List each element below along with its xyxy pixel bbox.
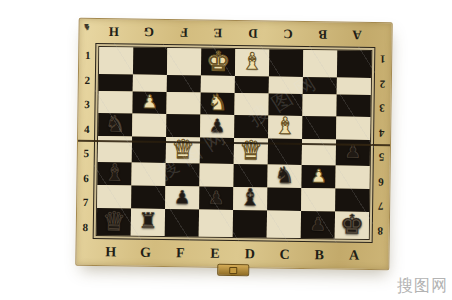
square-a1[interactable] <box>337 50 371 77</box>
square-g8[interactable]: ♜ <box>131 209 165 236</box>
file-label-top-D: D <box>235 22 270 45</box>
square-e3[interactable]: ♞ <box>200 93 234 115</box>
piece-black-king[interactable]: ♚ <box>340 210 365 237</box>
piece-white-queen[interactable]: ♛ <box>171 136 195 162</box>
square-d7[interactable]: ♝ <box>233 187 267 210</box>
piece-black-bishop[interactable]: ♝ <box>240 186 261 209</box>
square-b7[interactable] <box>301 188 335 211</box>
file-label-top-C: C <box>270 22 305 45</box>
piece-black-bishop[interactable]: ♝ <box>104 161 125 184</box>
rank-label-right-4: 4 <box>374 120 389 145</box>
piece-black-queen[interactable]: ♛ <box>102 208 126 234</box>
square-e4[interactable]: ♟ <box>200 115 234 138</box>
piece-white-queen[interactable]: ♛ <box>239 137 263 163</box>
square-c8[interactable] <box>267 210 301 237</box>
piece-black-knight[interactable]: ♞ <box>275 164 295 186</box>
file-label-top-A: A <box>340 23 375 46</box>
rank-label-left-6: 6 <box>78 165 93 190</box>
square-f7[interactable]: ♟ <box>165 186 199 209</box>
file-label-bottom-E: E <box>198 241 233 266</box>
brass-clasp <box>217 264 249 276</box>
square-h2[interactable] <box>99 74 133 91</box>
file-label-top-E: E <box>201 22 236 45</box>
rank-label-left-1: 1 <box>80 43 95 68</box>
file-label-bottom-B: B <box>302 242 337 267</box>
file-label-top-B: B <box>305 23 340 46</box>
square-a4[interactable] <box>336 116 370 139</box>
file-label-bottom-H: H <box>93 239 128 264</box>
square-h8[interactable]: ♛ <box>97 208 131 235</box>
square-d8[interactable] <box>233 210 267 237</box>
piece-black-rook[interactable]: ♜ <box>138 211 157 232</box>
square-f8[interactable] <box>165 209 199 236</box>
square-b8[interactable]: ♟ <box>301 211 335 238</box>
piece-black-pawn[interactable]: ♟ <box>208 188 224 206</box>
rank-label-right-8: 8 <box>373 218 388 243</box>
piece-black-knight[interactable]: ♞ <box>105 113 125 135</box>
square-f1[interactable] <box>167 48 201 75</box>
file-label-top-G: G <box>131 21 166 44</box>
rank-label-right-2: 2 <box>375 71 390 96</box>
square-a3[interactable] <box>336 94 370 116</box>
piece-white-king[interactable]: ♚ <box>206 48 231 75</box>
square-f2[interactable] <box>167 75 201 92</box>
square-d1[interactable]: ♝ <box>235 49 269 76</box>
corner-logo-knight-icon: ♞ <box>83 22 91 32</box>
file-label-top-H: H <box>96 20 131 43</box>
rank-label-left-3: 3 <box>79 92 94 117</box>
square-g6[interactable] <box>131 163 165 186</box>
square-e1[interactable]: ♚ <box>201 49 235 76</box>
square-g2[interactable] <box>133 75 167 92</box>
rank-label-right-1: 1 <box>375 47 390 72</box>
square-b2[interactable] <box>303 77 337 94</box>
rank-label-left-8: 8 <box>78 214 93 239</box>
square-b6[interactable]: ♟ <box>301 165 335 188</box>
square-d3[interactable] <box>234 93 268 115</box>
piece-black-pawn[interactable]: ♟ <box>174 188 190 206</box>
piece-black-pawn[interactable]: ♟ <box>310 215 326 233</box>
square-b4[interactable] <box>302 116 336 139</box>
file-label-bottom-G: G <box>128 240 163 265</box>
square-f6[interactable] <box>165 163 199 186</box>
piece-black-pawn[interactable]: ♟ <box>209 116 225 134</box>
square-a8[interactable]: ♚ <box>335 211 369 238</box>
square-a2[interactable] <box>337 77 371 94</box>
square-e8[interactable] <box>199 210 233 237</box>
square-h1[interactable] <box>99 47 133 74</box>
square-a6[interactable] <box>335 165 369 188</box>
piece-white-bishop[interactable]: ♝ <box>275 115 296 138</box>
square-g1[interactable] <box>133 48 167 75</box>
square-g7[interactable] <box>131 186 165 209</box>
chess-board: ♞ HGFEDCBA HGFEDCBA 12345678 12345678 ♚♝… <box>75 18 392 270</box>
piece-white-bishop[interactable]: ♝ <box>242 50 263 73</box>
file-label-bottom-D: D <box>232 241 267 266</box>
rank-label-left-5: 5 <box>79 141 94 166</box>
file-label-top-F: F <box>166 21 201 44</box>
rank-label-right-3: 3 <box>374 96 389 121</box>
square-c6[interactable]: ♞ <box>267 164 301 187</box>
rank-label-right-5: 5 <box>374 145 389 170</box>
rank-label-right-7: 7 <box>373 194 388 219</box>
square-c4[interactable]: ♝ <box>268 115 302 138</box>
square-h4[interactable]: ♞ <box>98 113 132 136</box>
square-c2[interactable] <box>269 76 303 93</box>
square-c7[interactable] <box>267 187 301 210</box>
piece-white-knight[interactable]: ♞ <box>208 92 228 114</box>
square-e7[interactable]: ♟ <box>199 187 233 210</box>
square-b1[interactable] <box>303 50 337 77</box>
square-h6[interactable]: ♝ <box>97 162 131 185</box>
rank-label-left-7: 7 <box>78 190 93 215</box>
file-label-bottom-A: A <box>337 242 372 267</box>
square-e6[interactable] <box>199 164 233 187</box>
stock-site-watermark: 搜图网 <box>397 276 448 297</box>
piece-white-pawn[interactable]: ♟ <box>141 93 157 111</box>
square-c1[interactable] <box>269 49 303 76</box>
square-b3[interactable] <box>302 94 336 116</box>
file-label-bottom-F: F <box>163 240 198 265</box>
photo-canvas: ♞ HGFEDCBA HGFEDCBA 12345678 12345678 ♚♝… <box>0 0 452 300</box>
square-g4[interactable] <box>132 114 166 137</box>
piece-white-pawn[interactable]: ♟ <box>310 167 326 185</box>
square-f3[interactable] <box>166 92 200 114</box>
square-d2[interactable] <box>235 76 269 93</box>
file-label-bottom-C: C <box>267 241 302 266</box>
rank-label-right-6: 6 <box>373 169 388 194</box>
square-g3[interactable]: ♟ <box>132 92 166 114</box>
rank-label-left-4: 4 <box>79 116 94 141</box>
rank-label-left-2: 2 <box>80 67 95 92</box>
